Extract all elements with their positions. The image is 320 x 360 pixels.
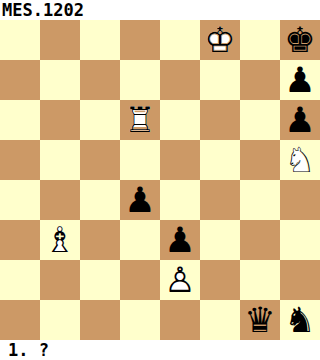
square-h5[interactable]: ♞♘ (280, 140, 320, 180)
square-b4[interactable] (40, 180, 80, 220)
square-h6[interactable]: ♟ (280, 100, 320, 140)
square-e5[interactable] (160, 140, 200, 180)
square-g1[interactable]: ♛ (240, 300, 280, 340)
white-knight: ♞♘ (280, 140, 320, 180)
square-h3[interactable] (280, 220, 320, 260)
white-rook: ♜♖ (120, 100, 160, 140)
square-b7[interactable] (40, 60, 80, 100)
chess-board: ♚♔♚♟♜♖♟♞♘♟♝♗♟♟♙♛♞ (0, 20, 320, 340)
black-pawn: ♟ (120, 180, 160, 220)
square-g7[interactable] (240, 60, 280, 100)
square-c7[interactable] (80, 60, 120, 100)
status-bar: 1. ? (0, 340, 320, 360)
square-a5[interactable] (0, 140, 40, 180)
white-pawn: ♟♙ (160, 260, 200, 300)
square-c1[interactable] (80, 300, 120, 340)
square-g3[interactable] (240, 220, 280, 260)
square-c8[interactable] (80, 20, 120, 60)
white-bishop-outline: ♗ (40, 220, 80, 260)
square-f4[interactable] (200, 180, 240, 220)
square-h7[interactable]: ♟ (280, 60, 320, 100)
square-f7[interactable] (200, 60, 240, 100)
title-bar: MES.1202 (0, 0, 320, 20)
square-f2[interactable] (200, 260, 240, 300)
puzzle-id: MES.1202 (2, 0, 84, 20)
square-c6[interactable] (80, 100, 120, 140)
square-d7[interactable] (120, 60, 160, 100)
square-f5[interactable] (200, 140, 240, 180)
square-c5[interactable] (80, 140, 120, 180)
black-king: ♚ (280, 20, 320, 60)
square-e2[interactable]: ♟♙ (160, 260, 200, 300)
square-g8[interactable] (240, 20, 280, 60)
square-a1[interactable] (0, 300, 40, 340)
square-g6[interactable] (240, 100, 280, 140)
square-f6[interactable] (200, 100, 240, 140)
square-a6[interactable] (0, 100, 40, 140)
square-b3[interactable]: ♝♗ (40, 220, 80, 260)
square-a4[interactable] (0, 180, 40, 220)
square-c3[interactable] (80, 220, 120, 260)
square-a7[interactable] (0, 60, 40, 100)
square-a3[interactable] (0, 220, 40, 260)
square-h4[interactable] (280, 180, 320, 220)
square-f8[interactable]: ♚♔ (200, 20, 240, 60)
square-d2[interactable] (120, 260, 160, 300)
white-king-outline: ♔ (200, 20, 240, 60)
black-pawn: ♟ (160, 220, 200, 260)
white-king: ♚♔ (200, 20, 240, 60)
square-b5[interactable] (40, 140, 80, 180)
black-queen: ♛ (240, 300, 280, 340)
square-e7[interactable] (160, 60, 200, 100)
square-g5[interactable] (240, 140, 280, 180)
square-e6[interactable] (160, 100, 200, 140)
square-d1[interactable] (120, 300, 160, 340)
white-rook-outline: ♖ (120, 100, 160, 140)
square-c2[interactable] (80, 260, 120, 300)
black-pawn: ♟ (280, 100, 320, 140)
square-b2[interactable] (40, 260, 80, 300)
square-a8[interactable] (0, 20, 40, 60)
square-e4[interactable] (160, 180, 200, 220)
square-c4[interactable] (80, 180, 120, 220)
square-g4[interactable] (240, 180, 280, 220)
white-bishop: ♝♗ (40, 220, 80, 260)
square-b1[interactable] (40, 300, 80, 340)
square-a2[interactable] (0, 260, 40, 300)
square-d3[interactable] (120, 220, 160, 260)
square-d4[interactable]: ♟ (120, 180, 160, 220)
square-d6[interactable]: ♜♖ (120, 100, 160, 140)
square-d8[interactable] (120, 20, 160, 60)
square-e3[interactable]: ♟ (160, 220, 200, 260)
square-d5[interactable] (120, 140, 160, 180)
white-knight-outline: ♘ (280, 140, 320, 180)
square-e8[interactable] (160, 20, 200, 60)
square-f1[interactable] (200, 300, 240, 340)
move-prompt: 1. ? (8, 340, 49, 360)
square-h8[interactable]: ♚ (280, 20, 320, 60)
square-g2[interactable] (240, 260, 280, 300)
square-h1[interactable]: ♞ (280, 300, 320, 340)
black-pawn: ♟ (280, 60, 320, 100)
white-pawn-outline: ♙ (160, 260, 200, 300)
square-f3[interactable] (200, 220, 240, 260)
square-e1[interactable] (160, 300, 200, 340)
black-knight: ♞ (280, 300, 320, 340)
square-b6[interactable] (40, 100, 80, 140)
square-h2[interactable] (280, 260, 320, 300)
square-b8[interactable] (40, 20, 80, 60)
